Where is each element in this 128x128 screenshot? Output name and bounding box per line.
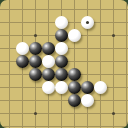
grid-line-horizontal <box>0 100 128 101</box>
black-stone <box>29 42 42 55</box>
white-stone <box>55 16 68 29</box>
grid-line-vertical <box>74 0 75 128</box>
white-stone <box>55 81 68 94</box>
black-stone <box>55 55 68 68</box>
black-stone <box>16 55 29 68</box>
white-stone <box>81 94 94 107</box>
black-stone <box>42 42 55 55</box>
last-move-marker <box>86 21 89 24</box>
star-point <box>112 34 115 37</box>
grid-line-vertical <box>100 0 101 128</box>
go-board[interactable] <box>0 0 128 128</box>
grid-line-horizontal <box>0 113 128 114</box>
black-stone <box>29 68 42 81</box>
white-stone <box>42 81 55 94</box>
black-stone <box>29 55 42 68</box>
grid-line-vertical <box>113 0 114 128</box>
white-stone <box>68 29 81 42</box>
black-stone <box>55 29 68 42</box>
white-stone <box>94 81 107 94</box>
white-stone <box>16 42 29 55</box>
grid-line-horizontal <box>0 126 128 127</box>
white-stone <box>42 55 55 68</box>
star-point <box>34 34 37 37</box>
game-widget <box>0 0 128 128</box>
white-stone <box>55 42 68 55</box>
star-point <box>112 112 115 115</box>
star-point <box>34 112 37 115</box>
black-stone <box>42 68 55 81</box>
black-stone <box>68 68 81 81</box>
grid-line-horizontal <box>0 9 128 10</box>
grid-line-vertical <box>126 0 127 128</box>
grid-line-vertical <box>9 0 10 128</box>
black-stone <box>68 94 81 107</box>
black-stone <box>81 81 94 94</box>
black-stone <box>55 68 68 81</box>
black-stone <box>68 81 81 94</box>
